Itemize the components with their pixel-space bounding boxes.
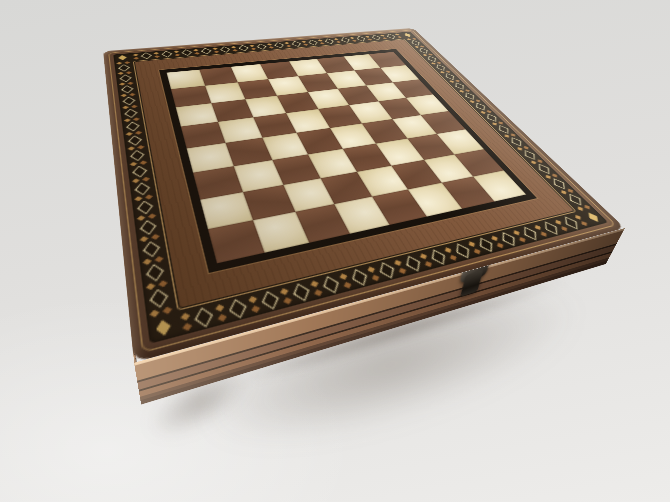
inlay-diamond-icon [124,108,139,119]
inlay-separator-icon [418,253,434,268]
square-a1 [208,220,264,263]
inlay-separator-icon [489,235,505,249]
inlay-separator-icon [349,37,357,42]
square-e3 [343,143,391,171]
inlay-separator-icon [573,214,589,226]
inlay-separator-icon [422,53,434,56]
inlay-separator-icon [333,38,341,43]
inlay-separator-icon [120,93,135,98]
inlay-diamond-icon [131,165,148,179]
inlay-diamond-icon [540,220,563,236]
inlay-separator-icon [119,82,134,86]
inlay-separator-icon [338,273,353,290]
square-c4 [262,133,308,160]
inlay-diamond-icon [127,134,143,146]
inlay-diamond-icon [451,242,475,260]
inlay-separator-icon [559,188,575,195]
inlay-diamond-icon [142,239,162,259]
mosaic-corner-icon [147,312,180,343]
inlay-separator-icon [153,52,160,58]
inlay-separator-icon [142,255,164,266]
inlay-diamond-icon [549,177,570,190]
inlay-separator-icon [533,224,549,237]
inlay-diamond-icon [348,267,372,288]
inlay-separator-icon [126,130,143,136]
mosaic-corner-icon [113,53,131,62]
inlay-diamond-icon [129,149,145,162]
inlay-separator-icon [146,279,169,291]
inlay-separator-icon [364,36,372,41]
inlay-diamond-icon [192,305,215,330]
inlay-separator-icon [180,312,193,332]
inlay-separator-icon [118,71,132,75]
square-f3 [376,138,424,165]
square-c2 [283,178,335,212]
square-a3 [193,166,243,199]
square-d1 [335,197,390,234]
square-c1 [295,204,350,243]
inlay-diamond-icon [259,289,282,312]
inlay-diamond-icon [200,47,213,54]
inlay-separator-icon [129,160,147,167]
inlay-separator-icon [139,233,160,243]
inlay-diamond-icon [519,225,542,242]
inlay-separator-icon [212,47,219,53]
square-a2 [200,192,253,230]
inlay-separator-icon [468,99,481,103]
square-a5 [181,122,225,148]
inlay-separator-icon [491,121,505,126]
inlay-separator-icon [249,45,257,51]
inlay-diamond-icon [237,45,250,52]
square-b1 [253,212,309,253]
square-e2 [357,165,408,196]
inlay-separator-icon [309,280,324,298]
square-b4 [225,138,272,166]
inlay-separator-icon [529,159,544,165]
square-b3 [233,160,282,192]
inlay-separator-icon [193,49,200,55]
inlay-separator-icon [443,247,459,262]
inlay-diamond-icon [560,215,583,231]
inlay-separator-icon [430,62,442,65]
inlay-separator-icon [448,79,460,83]
inlay-separator-icon [576,204,592,211]
scene [0,0,670,502]
inlay-separator-icon [279,287,293,305]
inlay-diamond-icon [226,297,249,321]
inlay-separator-icon [122,105,138,110]
inlay-diamond-icon [375,260,399,280]
inlay-diamond-icon [474,236,497,254]
inlay-separator-icon [512,230,528,244]
inlay-separator-icon [380,34,388,39]
inlay-separator-icon [231,46,239,52]
inlay-separator-icon [214,303,227,323]
inlay-separator-icon [317,39,325,44]
square-d3 [308,149,357,178]
inlay-separator-icon [247,295,261,314]
square-a4 [187,143,234,173]
inlay-diamond-icon [402,254,426,273]
inlay-separator-icon [503,133,517,138]
mosaic-corner-icon [579,208,609,226]
chessboard-squares [167,52,526,263]
inlay-diamond-icon [427,248,451,267]
inlay-diamond-icon [139,219,158,237]
inlay-separator-icon [133,53,140,59]
square-f2 [391,160,442,190]
square-e1 [372,190,426,225]
inlay-separator-icon [467,241,483,255]
inlay-separator-icon [137,213,157,222]
square-d2 [321,171,373,204]
square-h1 [473,171,526,202]
inlay-separator-icon [439,70,451,73]
inlay-diamond-icon [534,163,554,175]
inlay-diamond-icon [290,281,314,303]
inlay-separator-icon [134,194,153,202]
inlay-separator-icon [479,110,492,115]
inlay-separator-icon [124,117,140,122]
inlay-diamond-icon [161,50,174,57]
inlay-diamond-icon [219,46,232,53]
inlay-diamond-icon [134,181,152,196]
inlay-diamond-icon [497,231,520,248]
inlay-diamond-icon [122,96,136,106]
inlay-diamond-icon [136,199,154,216]
inlay-separator-icon [301,41,309,46]
inlay-separator-icon [173,50,180,56]
inlay-separator-icon [516,146,531,152]
inlay-separator-icon [553,219,569,232]
inlay-diamond-icon [319,274,343,295]
inlay-separator-icon [267,43,275,49]
inlay-diamond-icon [148,287,170,311]
inlay-diamond-icon [180,49,193,56]
inlay-diamond-icon [125,121,140,132]
square-b5 [218,118,262,143]
inlay-separator-icon [414,45,425,48]
inlay-separator-icon [366,266,381,282]
inlay-separator-icon [458,89,471,93]
square-c3 [272,154,321,184]
square-h2 [454,149,504,177]
square-g2 [423,154,473,183]
inlay-diamond-icon [145,262,166,283]
square-f1 [408,183,462,217]
inlay-separator-icon [132,176,151,183]
inlay-diamond-icon [564,193,586,207]
chess-box [103,28,625,363]
square-b2 [243,185,295,221]
square-d4 [297,128,343,154]
inlay-separator-icon [284,42,292,47]
inlay-separator-icon [127,145,144,151]
inlay-separator-icon [393,259,408,275]
inlay-diamond-icon [140,52,153,60]
inlay-separator-icon [149,306,173,319]
photo-backdrop [0,0,670,502]
inlay-separator-icon [544,173,559,179]
square-g1 [441,177,494,209]
